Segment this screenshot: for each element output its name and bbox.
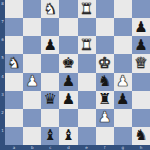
square-d3[interactable]: ♟ [59,91,77,109]
black-bishop-c1: ♝ [44,128,57,143]
square-f4[interactable]: ♞ [96,73,114,91]
file-label-a: a [5,145,23,150]
file-label-h: h [132,145,150,150]
white-rook-e6: ♜ [80,37,93,52]
file-labels: abcdefgh [5,145,150,150]
square-c2[interactable] [41,109,59,127]
square-e5[interactable] [78,54,96,72]
square-e4[interactable] [78,73,96,91]
square-d1[interactable]: ♝ [59,127,77,145]
white-queen-h5: ♛ [134,55,147,70]
white-rook-e8: ♜ [80,1,93,16]
square-a1[interactable] [5,127,23,145]
square-h2[interactable] [132,109,150,127]
chess-diagram: 87654321 ♞♜♟♟♜♟♞♚♚♛♟♟♞♟♛♟♜♟♟♝♝♞ abcdefgh [0,0,150,150]
square-f2[interactable]: ♟ [96,109,114,127]
black-rook-f3: ♜ [98,92,111,107]
square-c6[interactable]: ♟ [41,36,59,54]
square-g5[interactable] [114,54,132,72]
square-d7[interactable] [59,18,77,36]
square-a6[interactable] [5,36,23,54]
square-e6[interactable]: ♜ [78,36,96,54]
black-bishop-d1: ♝ [62,128,75,143]
square-g7[interactable] [114,18,132,36]
square-g1[interactable] [114,127,132,145]
square-e1[interactable] [78,127,96,145]
white-knight-a5: ♞ [7,55,20,70]
white-pawn-b4: ♟ [25,74,38,89]
square-g8[interactable] [114,0,132,18]
square-e7[interactable] [78,18,96,36]
square-b3[interactable] [23,91,41,109]
chess-board: ♞♜♟♟♜♟♞♚♚♛♟♟♞♟♛♟♜♟♟♝♝♞ [5,0,150,145]
square-b7[interactable] [23,18,41,36]
white-pawn-g4: ♟ [116,74,129,89]
black-knight-h1: ♞ [134,128,147,143]
square-f8[interactable] [96,0,114,18]
black-king-d5: ♚ [62,55,75,70]
square-b6[interactable] [23,36,41,54]
square-b1[interactable] [23,127,41,145]
square-c5[interactable] [41,54,59,72]
square-e2[interactable] [78,109,96,127]
square-g3[interactable]: ♟ [114,91,132,109]
square-e8[interactable]: ♜ [78,0,96,18]
file-label-c: c [41,145,59,150]
black-queen-c3: ♛ [44,92,57,107]
square-f6[interactable] [96,36,114,54]
square-d2[interactable] [59,109,77,127]
file-label-g: g [114,145,132,150]
file-label-f: f [96,145,114,150]
square-b5[interactable] [23,54,41,72]
white-king-f5: ♚ [98,55,111,70]
black-pawn-h6: ♟ [134,37,147,52]
square-a3[interactable] [5,91,23,109]
square-a2[interactable] [5,109,23,127]
square-b4[interactable]: ♟ [23,73,41,91]
square-a7[interactable] [5,18,23,36]
square-h6[interactable]: ♟ [132,36,150,54]
black-pawn-h7: ♟ [134,19,147,34]
black-pawn-c6: ♟ [44,37,57,52]
square-a4[interactable] [5,73,23,91]
square-a5[interactable]: ♞ [5,54,23,72]
square-c4[interactable] [41,73,59,91]
square-c7[interactable] [41,18,59,36]
square-g6[interactable] [114,36,132,54]
square-f5[interactable]: ♚ [96,54,114,72]
black-pawn-g3: ♟ [116,92,129,107]
file-label-b: b [23,145,41,150]
square-c1[interactable]: ♝ [41,127,59,145]
square-d4[interactable]: ♟ [59,73,77,91]
square-f1[interactable] [96,127,114,145]
square-d6[interactable] [59,36,77,54]
file-label-d: d [59,145,77,150]
square-h4[interactable] [132,73,150,91]
square-f7[interactable] [96,18,114,36]
square-d8[interactable] [59,0,77,18]
file-label-e: e [78,145,96,150]
square-h3[interactable] [132,91,150,109]
black-knight-f4: ♞ [98,74,111,89]
square-c8[interactable]: ♞ [41,0,59,18]
white-pawn-f2: ♟ [98,110,111,125]
black-pawn-d4: ♟ [62,74,75,89]
square-b2[interactable] [23,109,41,127]
square-d5[interactable]: ♚ [59,54,77,72]
square-e3[interactable] [78,91,96,109]
square-h5[interactable]: ♛ [132,54,150,72]
square-h7[interactable]: ♟ [132,18,150,36]
square-b8[interactable] [23,0,41,18]
square-h8[interactable] [132,0,150,18]
square-h1[interactable]: ♞ [132,127,150,145]
square-f3[interactable]: ♜ [96,91,114,109]
square-c3[interactable]: ♛ [41,91,59,109]
black-pawn-d3: ♟ [62,92,75,107]
white-knight-c8: ♞ [44,1,57,16]
square-a8[interactable] [5,0,23,18]
square-g4[interactable]: ♟ [114,73,132,91]
square-g2[interactable] [114,109,132,127]
